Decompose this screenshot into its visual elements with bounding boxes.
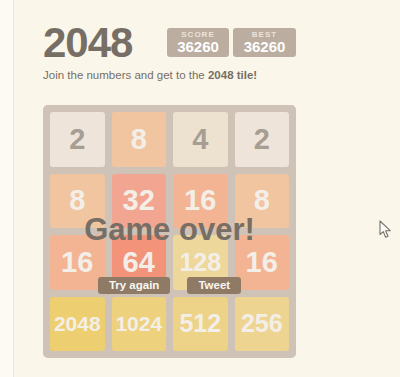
score-box: SCORE 36260 xyxy=(167,28,229,57)
arrow-cursor xyxy=(379,220,392,239)
try-again-button[interactable]: Try again xyxy=(98,277,171,294)
score-value: 36260 xyxy=(177,39,219,55)
subtitle: Join the numbers and get to the 2048 til… xyxy=(43,67,257,83)
page: 2048 SCORE 36260 BEST 36260 Join the num… xyxy=(0,0,400,377)
page-title: 2048 xyxy=(43,22,132,64)
best-box: BEST 36260 xyxy=(233,28,296,57)
game-over-message: Game over! xyxy=(43,214,296,245)
tweet-button[interactable]: Tweet xyxy=(187,277,241,294)
subtitle-goal: 2048 tile! xyxy=(208,69,257,81)
best-value: 36260 xyxy=(244,39,286,55)
game-over-buttons: Try again Tweet xyxy=(43,277,296,294)
subtitle-text: Join the numbers and get to the xyxy=(43,69,208,81)
